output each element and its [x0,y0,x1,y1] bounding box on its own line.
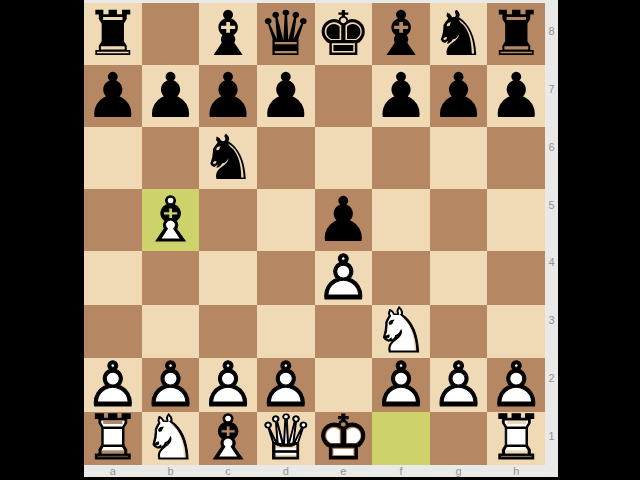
piece-outline: ♙ [316,247,372,309]
square-e1[interactable]: ♚♔ [315,412,373,466]
piece-white-king[interactable]: ♚♔ [315,412,373,466]
square-c7[interactable]: ♟ [199,65,257,127]
square-h6[interactable] [487,127,545,189]
square-d7[interactable]: ♟ [257,65,315,127]
piece-black-knight[interactable]: ♞ [430,3,488,65]
piece-black-queen[interactable]: ♛ [257,3,315,65]
square-c4[interactable] [199,251,257,305]
square-b1[interactable]: ♞♘ [142,412,200,466]
square-e7[interactable] [315,65,373,127]
file-label-b: b [142,465,200,477]
piece-outline: ♘ [143,407,199,469]
square-f5[interactable] [372,189,430,251]
square-e6[interactable] [315,127,373,189]
rank-coordinates: 87654321 [545,3,558,465]
square-b7[interactable]: ♟ [142,65,200,127]
piece-outline: ♙ [373,354,429,416]
piece-white-pawn[interactable]: ♟♙ [372,358,430,412]
piece-black-knight[interactable]: ♞ [199,127,257,189]
piece-white-rook[interactable]: ♜♖ [487,412,545,466]
piece-white-bishop[interactable]: ♝♗ [199,412,257,466]
piece-black-bishop[interactable]: ♝ [199,3,257,65]
video-frame: ♜♝♛♚♝♞♜♟♟♟♟♟♟♟♞♝♗♟♟♙♞♘♟♙♟♙♟♙♟♙♟♙♟♙♟♙♜♖♞♘… [0,0,640,480]
piece-white-pawn[interactable]: ♟♙ [430,358,488,412]
piece-white-pawn[interactable]: ♟♙ [315,251,373,305]
piece-outline: ♗ [143,189,199,251]
file-label-h: h [487,465,545,477]
piece-black-rook[interactable]: ♜ [487,3,545,65]
square-a4[interactable] [84,251,142,305]
chessboard-panel: ♜♝♛♚♝♞♜♟♟♟♟♟♟♟♞♝♗♟♟♙♞♘♟♙♟♙♟♙♟♙♟♙♟♙♟♙♜♖♞♘… [84,0,558,477]
square-a6[interactable] [84,127,142,189]
square-d1[interactable]: ♛♕ [257,412,315,466]
piece-black-king[interactable]: ♚ [315,3,373,65]
square-e3[interactable] [315,305,373,359]
square-g2[interactable]: ♟♙ [430,358,488,412]
square-h4[interactable] [487,251,545,305]
piece-black-pawn[interactable]: ♟ [84,65,142,127]
rank-label-5: 5 [545,176,558,234]
piece-outline: ♕ [258,407,314,469]
file-label-g: g [430,465,488,477]
rank-label-1: 1 [545,407,558,465]
square-h8[interactable]: ♜ [487,3,545,65]
piece-white-knight[interactable]: ♞♘ [142,412,200,466]
square-b8[interactable] [142,3,200,65]
square-c8[interactable]: ♝ [199,3,257,65]
rank-label-3: 3 [545,292,558,350]
square-c5[interactable] [199,189,257,251]
rank-label-4: 4 [545,234,558,292]
file-label-a: a [84,465,142,477]
square-g7[interactable]: ♟ [430,65,488,127]
square-g1[interactable] [430,412,488,466]
square-e4[interactable]: ♟♙ [315,251,373,305]
chessboard: ♜♝♛♚♝♞♜♟♟♟♟♟♟♟♞♝♗♟♟♙♞♘♟♙♟♙♟♙♟♙♟♙♟♙♟♙♜♖♞♘… [84,3,545,465]
file-label-f: f [372,465,430,477]
square-f2[interactable]: ♟♙ [372,358,430,412]
square-e8[interactable]: ♚ [315,3,373,65]
piece-outline: ♙ [431,354,487,416]
square-h7[interactable]: ♟ [487,65,545,127]
square-b6[interactable] [142,127,200,189]
square-b4[interactable] [142,251,200,305]
piece-white-bishop[interactable]: ♝♗ [142,189,200,251]
square-d5[interactable] [257,189,315,251]
rank-label-2: 2 [545,350,558,408]
piece-black-pawn[interactable]: ♟ [257,65,315,127]
square-a8[interactable]: ♜ [84,3,142,65]
piece-black-pawn[interactable]: ♟ [430,65,488,127]
square-a7[interactable]: ♟ [84,65,142,127]
rank-label-6: 6 [545,119,558,177]
square-f8[interactable]: ♝ [372,3,430,65]
square-h1[interactable]: ♜♖ [487,412,545,466]
piece-black-pawn[interactable]: ♟ [372,65,430,127]
square-f7[interactable]: ♟ [372,65,430,127]
rank-label-7: 7 [545,61,558,119]
square-d8[interactable]: ♛ [257,3,315,65]
square-d4[interactable] [257,251,315,305]
piece-outline: ♖ [85,407,141,469]
piece-outline: ♖ [488,407,544,469]
square-d6[interactable] [257,127,315,189]
piece-outline: ♗ [200,407,256,469]
rank-label-8: 8 [545,3,558,61]
piece-black-bishop[interactable]: ♝ [372,3,430,65]
piece-black-pawn[interactable]: ♟ [199,65,257,127]
square-c6[interactable]: ♞ [199,127,257,189]
square-h5[interactable] [487,189,545,251]
file-label-d: d [257,465,315,477]
square-f1[interactable] [372,412,430,466]
piece-black-pawn[interactable]: ♟ [142,65,200,127]
piece-black-pawn[interactable]: ♟ [487,65,545,127]
square-c1[interactable]: ♝♗ [199,412,257,466]
file-coordinates: abcdefgh [84,465,545,477]
piece-white-queen[interactable]: ♛♕ [257,412,315,466]
piece-white-rook[interactable]: ♜♖ [84,412,142,466]
file-label-e: e [315,465,373,477]
square-f6[interactable] [372,127,430,189]
square-g6[interactable] [430,127,488,189]
square-g8[interactable]: ♞ [430,3,488,65]
piece-outline: ♔ [316,407,372,469]
square-a5[interactable] [84,189,142,251]
square-a1[interactable]: ♜♖ [84,412,142,466]
file-label-c: c [199,465,257,477]
square-g5[interactable] [430,189,488,251]
square-b5[interactable]: ♝♗ [142,189,200,251]
piece-black-rook[interactable]: ♜ [84,3,142,65]
square-g4[interactable] [430,251,488,305]
